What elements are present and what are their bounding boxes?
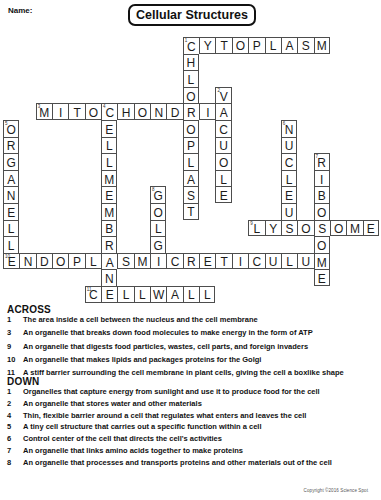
grid-cell-r13c6[interactable]: A — [101, 253, 117, 270]
cell-letter: L — [188, 74, 195, 86]
clue-text: The area inside a cell between the nucle… — [23, 315, 379, 324]
cell-letter: L — [286, 256, 293, 268]
grid-cell-r9c17[interactable]: E — [281, 186, 297, 203]
grid-cell-r11c17[interactable]: S — [281, 220, 297, 237]
cell-letter: N — [24, 256, 33, 268]
cell-letter: N — [7, 190, 16, 202]
cell-number: 9 — [250, 221, 253, 226]
cell-letter: S — [122, 256, 130, 268]
cell-letter: L — [270, 40, 277, 52]
cell-letter: I — [239, 256, 242, 268]
cell-letter: S — [187, 190, 195, 202]
grid-cell-r13c4[interactable]: P — [68, 253, 84, 270]
grid-cell-r12c0[interactable]: L — [3, 236, 19, 253]
clue-text: Control center of the cell that directs … — [23, 434, 379, 443]
cell-letter: L — [8, 240, 15, 252]
grid-cell-r11c16[interactable]: Y — [265, 220, 281, 237]
grid-cell-r10c9[interactable]: O — [150, 203, 166, 220]
down-clue-1: 1Organelles that capture energy from sun… — [7, 387, 379, 399]
worksheet-page: Name: Cellular Structures 1CYTOPLASMHLO2… — [0, 0, 381, 500]
cell-letter: R — [187, 256, 196, 268]
cell-letter: H — [122, 107, 131, 119]
cell-number: 3 — [38, 104, 41, 109]
across-section: ACROSS 1The area inside a cell between t… — [7, 304, 379, 381]
cell-letter: P — [187, 140, 195, 152]
cell-number: 10 — [5, 254, 10, 259]
grid-cell-r0c17[interactable]: A — [281, 37, 297, 54]
grid-cell-r11c6[interactable]: B — [101, 220, 117, 237]
clue-text: An organelle that stores water and other… — [23, 399, 379, 408]
cell-letter: M — [350, 223, 360, 235]
grid-cell-r3c11[interactable]: O — [183, 87, 199, 104]
grid-cell-r5c11[interactable]: O — [183, 120, 199, 137]
grid-cell-r11c20[interactable]: O — [330, 220, 346, 237]
cell-letter: B — [105, 223, 113, 235]
grid-cell-r7c6[interactable]: L — [101, 153, 117, 170]
cell-number: 4 — [103, 104, 106, 109]
cell-letter: L — [253, 223, 260, 235]
grid-cell-r13c18[interactable]: U — [297, 253, 313, 270]
grid-cell-r4c9[interactable]: N — [150, 103, 166, 120]
grid-cell-r0c18[interactable]: S — [297, 37, 313, 54]
cell-letter: O — [219, 157, 228, 169]
grid-cell-r7c13[interactable]: O — [215, 153, 231, 170]
cell-letter: A — [286, 40, 294, 52]
grid-cell-r15c5[interactable]: 11C — [85, 286, 101, 303]
cell-letter: W — [153, 289, 164, 301]
cell-letter: E — [7, 207, 15, 219]
grid-cell-r13c11[interactable]: R — [183, 253, 199, 270]
grid-cell-r12c6[interactable]: R — [101, 236, 117, 253]
page-title: Cellular Structures — [136, 8, 248, 22]
cell-letter: O — [154, 207, 163, 219]
cell-letter: L — [188, 289, 195, 301]
title-box: Cellular Structures — [128, 4, 256, 26]
grid-cell-r13c3[interactable]: O — [52, 253, 68, 270]
grid-cell-r11c19[interactable]: S — [314, 220, 330, 237]
grid-cell-r0c14[interactable]: O — [232, 37, 248, 54]
grid-cell-r11c0[interactable]: L — [3, 220, 19, 237]
grid-cell-r12c19[interactable]: O — [314, 236, 330, 253]
cell-letter: P — [73, 256, 81, 268]
cell-letter: R — [105, 240, 114, 252]
clue-number: 7 — [7, 446, 23, 455]
cell-letter: B — [318, 190, 326, 202]
cell-letter: O — [186, 124, 195, 136]
grid-cell-r0c19[interactable]: M — [314, 37, 330, 54]
grid-cell-r6c0[interactable]: R — [3, 137, 19, 154]
grid-cell-r13c13[interactable]: T — [215, 253, 231, 270]
cell-letter: L — [155, 223, 162, 235]
down-clue-8: 8An organelle that processes and transpo… — [7, 458, 379, 470]
cell-letter: I — [320, 174, 323, 186]
cell-letter: L — [90, 256, 97, 268]
cell-letter: D — [171, 107, 180, 119]
cell-number: 7 — [316, 154, 319, 159]
grid-cell-r4c6[interactable]: 4C — [101, 103, 117, 120]
grid-cell-r6c13[interactable]: U — [215, 137, 231, 154]
grid-cell-r4c8[interactable]: O — [134, 103, 150, 120]
clue-number: 10 — [7, 355, 23, 364]
cell-letter: O — [301, 223, 310, 235]
down-clue-4: 4Thin, flexible barrier around a cell th… — [7, 411, 379, 423]
cell-letter: P — [253, 40, 261, 52]
grid-cell-r11c22[interactable]: E — [363, 220, 379, 237]
clue-number: 2 — [7, 399, 23, 408]
cell-letter: A — [106, 257, 114, 269]
cell-letter: C — [285, 157, 294, 169]
grid-cell-r15c11[interactable]: L — [183, 286, 199, 303]
cell-letter: L — [123, 289, 130, 301]
grid-cell-r4c11[interactable]: R — [183, 103, 199, 120]
grid-cell-r5c6[interactable]: E — [101, 120, 117, 137]
cell-letter: L — [286, 174, 293, 186]
cell-letter: C — [252, 256, 261, 268]
clue-text: A tiny cell structure that carries out a… — [23, 422, 379, 431]
grid-cell-r5c13[interactable]: C — [215, 120, 231, 137]
cell-letter: E — [285, 190, 293, 202]
grid-cell-r10c6[interactable]: M — [101, 203, 117, 220]
cell-number: 11 — [87, 287, 92, 292]
cell-letter: C — [187, 41, 196, 53]
grid-cell-r15c9[interactable]: W — [150, 286, 166, 303]
cell-letter: O — [317, 207, 326, 219]
grid-cell-r4c3[interactable]: I — [52, 103, 68, 120]
cell-letter: A — [7, 174, 15, 186]
grid-cell-r15c7[interactable]: L — [117, 286, 133, 303]
grid-cell-r4c2[interactable]: 3M — [36, 103, 52, 120]
down-clue-2: 2An organelle that stores water and othe… — [7, 399, 379, 411]
grid-cell-r8c11[interactable]: A — [183, 170, 199, 187]
grid-cell-r7c19[interactable]: 7R — [314, 153, 330, 170]
grid-cell-r11c9[interactable]: L — [150, 220, 166, 237]
grid-cell-r5c17[interactable]: 6N — [281, 120, 297, 137]
grid-cell-r6c6[interactable]: L — [101, 137, 117, 154]
grid-cell-r10c11[interactable]: T — [183, 203, 199, 220]
cell-letter: L — [188, 157, 195, 169]
down-clue-6: 6Control center of the cell that directs… — [7, 434, 379, 446]
down-section: DOWN 1Organelles that capture energy fro… — [7, 376, 379, 470]
cell-letter: C — [105, 107, 114, 119]
cell-letter: M — [39, 107, 49, 119]
cell-letter: L — [106, 157, 113, 169]
across-clue-9: 9An organelle that digests food particle… — [7, 342, 379, 355]
grid-cell-r9c0[interactable]: N — [3, 186, 19, 203]
clue-text: An organelle that processes and transpor… — [23, 458, 379, 467]
cell-number: 5 — [5, 121, 8, 126]
grid-cell-r0c13[interactable]: T — [215, 37, 231, 54]
grid-cell-r1c11[interactable]: H — [183, 54, 199, 71]
cell-letter: E — [204, 256, 212, 268]
across-clue-10: 10An organelle that makes lipids and pac… — [7, 355, 379, 368]
grid-cell-r11c15[interactable]: 9L — [248, 220, 264, 237]
clue-text: An organelle that makes lipids and packa… — [23, 355, 379, 364]
cell-letter: G — [154, 240, 163, 252]
cell-letter: R — [317, 157, 326, 169]
cell-letter: I — [206, 107, 209, 119]
down-header: DOWN — [7, 376, 379, 387]
grid-cell-r7c0[interactable]: G — [3, 153, 19, 170]
cell-letter: N — [105, 273, 114, 285]
cell-letter: T — [73, 107, 80, 119]
cell-letter: O — [236, 40, 245, 52]
cell-letter: R — [7, 140, 16, 152]
cell-letter: O — [317, 240, 326, 252]
clue-number: 3 — [7, 328, 23, 337]
cell-letter: E — [318, 273, 326, 285]
cell-letter: L — [204, 289, 211, 301]
grid-cell-r12c9[interactable]: G — [150, 236, 166, 253]
cell-letter: E — [220, 190, 228, 202]
clue-text: An organelle that links amino acids toge… — [23, 446, 379, 455]
cell-number: 6 — [283, 121, 286, 126]
grid-cell-r4c5[interactable]: O — [85, 103, 101, 120]
copyright-text: Copyright ©2016 Science Spot — [304, 488, 368, 493]
grid-cell-r10c0[interactable]: E — [3, 203, 19, 220]
grid-cell-r13c10[interactable]: C — [166, 253, 182, 270]
grid-cell-r13c0[interactable]: 10E — [3, 253, 19, 270]
grid-cell-r15c12[interactable]: L — [199, 286, 215, 303]
down-clue-5: 5A tiny cell structure that carries out … — [7, 422, 379, 434]
cell-letter: N — [154, 107, 163, 119]
cell-letter: E — [106, 289, 114, 301]
grid-cell-r13c5[interactable]: L — [85, 253, 101, 270]
grid-cell-r7c17[interactable]: C — [281, 153, 297, 170]
grid-cell-r9c19[interactable]: B — [314, 186, 330, 203]
grid-cell-r11c18[interactable]: O — [297, 220, 313, 237]
clue-number: 1 — [7, 315, 23, 324]
clue-number: 4 — [7, 411, 23, 420]
cell-letter: L — [8, 223, 15, 235]
grid-cell-r0c15[interactable]: P — [248, 37, 264, 54]
cell-letter: H — [187, 57, 196, 69]
cell-letter: O — [186, 91, 195, 103]
grid-cell-r13c17[interactable]: L — [281, 253, 297, 270]
cell-letter: Y — [204, 40, 212, 52]
cell-letter: L — [139, 289, 146, 301]
name-label: Name: — [8, 6, 32, 15]
cell-letter: C — [171, 256, 180, 268]
cell-letter: M — [317, 40, 327, 52]
cell-letter: S — [286, 223, 294, 235]
grid-cell-r14c19[interactable]: E — [314, 269, 330, 286]
grid-cell-r0c12[interactable]: Y — [199, 37, 215, 54]
grid-cell-r5c0[interactable]: 5O — [3, 120, 19, 137]
clue-text: Organelles that capture energy from sunl… — [23, 387, 379, 396]
cell-letter: S — [318, 223, 326, 235]
cell-letter: V — [220, 91, 228, 103]
across-clue-1: 1The area inside a cell between the nucl… — [7, 315, 379, 328]
grid-cell-r2c11[interactable]: L — [183, 70, 199, 87]
cell-letter: I — [59, 107, 62, 119]
cell-letter: G — [7, 157, 16, 169]
cell-letter: O — [334, 223, 343, 235]
grid-cell-r9c11[interactable]: S — [183, 186, 199, 203]
grid-cell-r11c21[interactable]: M — [346, 220, 362, 237]
grid-cell-r8c13[interactable]: L — [215, 170, 231, 187]
across-header: ACROSS — [7, 304, 379, 315]
cell-letter: O — [56, 256, 65, 268]
grid-cell-r13c8[interactable]: M — [134, 253, 150, 270]
cell-letter: C — [219, 124, 228, 136]
clue-number: 1 — [7, 387, 23, 396]
cell-letter: L — [106, 140, 113, 152]
grid-cell-r4c4[interactable]: T — [68, 103, 84, 120]
grid-cell-r14c6[interactable]: N — [101, 269, 117, 286]
grid-cell-r4c13[interactable]: A — [215, 103, 231, 120]
grid-cell-r9c6[interactable]: E — [101, 186, 117, 203]
grid-cell-r6c17[interactable]: U — [281, 137, 297, 154]
grid-cell-r10c17[interactable]: U — [281, 203, 297, 220]
grid-cell-r8c19[interactable]: I — [314, 170, 330, 187]
grid-cell-r6c11[interactable]: P — [183, 137, 199, 154]
cell-letter: L — [220, 174, 227, 186]
cell-number: 8 — [152, 187, 155, 192]
grid-cell-r15c10[interactable]: A — [166, 286, 182, 303]
down-clue-list: 1Organelles that capture energy from sun… — [7, 387, 379, 470]
grid-cell-r13c19[interactable]: M — [314, 253, 330, 270]
grid-cell-r8c17[interactable]: L — [281, 170, 297, 187]
cell-letter: U — [219, 140, 228, 152]
clue-text: An organelle that digests food particles… — [23, 342, 379, 351]
cell-letter: E — [105, 190, 113, 202]
grid-cell-r9c9[interactable]: 8G — [150, 186, 166, 203]
cell-letter: E — [367, 223, 375, 235]
cell-letter: T — [220, 256, 227, 268]
clue-number: 8 — [7, 458, 23, 467]
cell-letter: U — [285, 140, 294, 152]
cell-number: 1 — [185, 38, 188, 43]
grid-cell-r13c9[interactable]: I — [150, 253, 166, 270]
cell-letter: U — [302, 256, 311, 268]
grid-cell-r13c1[interactable]: N — [19, 253, 35, 270]
grid-cell-r9c13[interactable]: E — [215, 186, 231, 203]
cell-letter: T — [220, 40, 227, 52]
cell-letter: O — [138, 107, 147, 119]
crossword-grid: 1CYTOPLASMHLO2V3MITO4CHONDRIA5OEOC6NRLPU… — [3, 37, 379, 303]
cell-letter: A — [220, 107, 228, 119]
grid-cell-r13c12[interactable]: E — [199, 253, 215, 270]
grid-cell-r13c16[interactable]: U — [265, 253, 281, 270]
clue-number: 6 — [7, 434, 23, 443]
cell-letter: Y — [269, 223, 277, 235]
cell-letter: N — [285, 124, 294, 136]
cell-letter: M — [104, 174, 114, 186]
clue-number: 5 — [7, 422, 23, 431]
cell-letter: U — [269, 256, 278, 268]
grid-cell-r4c10[interactable]: D — [166, 103, 182, 120]
cell-letter: R — [187, 107, 196, 119]
clue-text: Thin, flexible barrier around a cell tha… — [23, 411, 379, 420]
grid-cell-r13c15[interactable]: C — [248, 253, 264, 270]
cell-number: 2 — [217, 88, 220, 93]
grid-cell-r13c14[interactable]: I — [232, 253, 248, 270]
cell-letter: I — [157, 256, 160, 268]
across-clue-3: 3An organelle that breaks down food mole… — [7, 328, 379, 341]
grid-cell-r3c13[interactable]: 2V — [215, 87, 231, 104]
cell-letter: E — [105, 124, 113, 136]
clue-text: An organelle that breaks down food molec… — [23, 328, 379, 337]
grid-cell-r13c2[interactable]: D — [36, 253, 52, 270]
clue-number: 9 — [7, 342, 23, 351]
cell-letter: M — [104, 207, 114, 219]
grid-cell-r7c11[interactable]: L — [183, 153, 199, 170]
cell-letter: M — [137, 256, 147, 268]
grid-cell-r10c19[interactable]: O — [314, 203, 330, 220]
grid-cell-r0c11[interactable]: 1C — [183, 37, 199, 54]
grid-cell-r8c6[interactable]: M — [101, 170, 117, 187]
grid-cell-r15c8[interactable]: L — [134, 286, 150, 303]
grid-cell-r0c16[interactable]: L — [265, 37, 281, 54]
cell-letter: D — [40, 256, 49, 268]
cell-letter: A — [171, 289, 179, 301]
grid-cell-r8c0[interactable]: A — [3, 170, 19, 187]
cell-letter: U — [285, 207, 294, 219]
grid-cell-r4c7[interactable]: H — [117, 103, 133, 120]
down-clue-7: 7An organelle that links amino acids tog… — [7, 446, 379, 458]
cell-letter: S — [302, 40, 310, 52]
across-clue-list: 1The area inside a cell between the nucl… — [7, 315, 379, 381]
grid-cell-r4c12[interactable]: I — [199, 103, 215, 120]
cell-letter: A — [187, 174, 195, 186]
grid-cell-r13c7[interactable]: S — [117, 253, 133, 270]
cell-letter: O — [89, 107, 98, 119]
cell-letter: T — [187, 206, 194, 218]
cell-letter: M — [317, 257, 327, 269]
grid-cell-r15c6[interactable]: E — [101, 286, 117, 303]
